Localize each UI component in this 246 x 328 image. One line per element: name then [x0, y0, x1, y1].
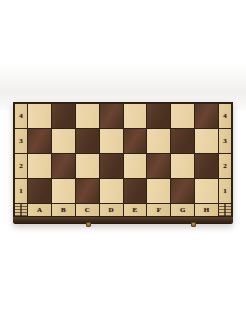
square-c2	[76, 154, 99, 178]
square-b3	[52, 129, 75, 153]
border-corner-right	[219, 204, 231, 216]
chess-board-box: 44332211ABCDEFGH	[13, 102, 233, 224]
square-b2	[52, 154, 75, 178]
square-f2	[147, 154, 170, 178]
square-a4	[28, 104, 51, 128]
file-label-d: D	[100, 204, 123, 216]
square-f4	[147, 104, 170, 128]
square-c4	[76, 104, 99, 128]
square-e1	[124, 179, 147, 203]
square-f3	[147, 129, 170, 153]
rank-label-right-4: 4	[219, 104, 231, 128]
square-c3	[76, 129, 99, 153]
file-label-b: B	[52, 204, 75, 216]
rank-label-left-4: 4	[15, 104, 27, 128]
rank-label-left-1: 1	[15, 179, 27, 203]
square-d1	[100, 179, 123, 203]
file-label-e: E	[124, 204, 147, 216]
rank-label-right-2: 2	[219, 154, 231, 178]
file-label-g: G	[171, 204, 194, 216]
rank-label-right-3: 3	[219, 129, 231, 153]
file-label-h: H	[195, 204, 218, 216]
square-d2	[100, 154, 123, 178]
square-e2	[124, 154, 147, 178]
square-d3	[100, 129, 123, 153]
square-a3	[28, 129, 51, 153]
square-h3	[195, 129, 218, 153]
rank-label-left-2: 2	[15, 154, 27, 178]
square-g4	[171, 104, 194, 128]
square-e4	[124, 104, 147, 128]
chess-board: 44332211ABCDEFGH	[13, 102, 233, 217]
square-b1	[52, 179, 75, 203]
hinge-icon	[191, 222, 196, 227]
square-g3	[171, 129, 194, 153]
square-g2	[171, 154, 194, 178]
hinge-icon	[86, 222, 91, 227]
file-label-c: C	[76, 204, 99, 216]
border-corner-left	[15, 204, 27, 216]
square-e3	[124, 129, 147, 153]
rank-label-right-1: 1	[219, 179, 231, 203]
box-side-edge	[13, 217, 233, 224]
square-h1	[195, 179, 218, 203]
square-h4	[195, 104, 218, 128]
file-label-a: A	[28, 204, 51, 216]
square-c1	[76, 179, 99, 203]
square-d4	[100, 104, 123, 128]
rank-label-left-3: 3	[15, 129, 27, 153]
square-a2	[28, 154, 51, 178]
square-h2	[195, 154, 218, 178]
square-f1	[147, 179, 170, 203]
file-label-f: F	[147, 204, 170, 216]
square-g1	[171, 179, 194, 203]
square-b4	[52, 104, 75, 128]
square-a1	[28, 179, 51, 203]
